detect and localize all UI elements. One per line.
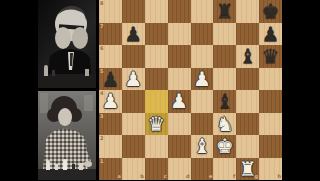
square-f2[interactable]: ♚ <box>213 135 236 158</box>
square-e5[interactable]: ♟ <box>191 68 214 91</box>
square-f3[interactable]: ♞ <box>213 113 236 136</box>
square-e1[interactable]: e <box>191 158 214 181</box>
piece-black-bishop-g6[interactable]: ♝ <box>239 46 257 66</box>
square-e8[interactable] <box>191 0 214 23</box>
file-label-h: h <box>277 174 281 179</box>
square-a8[interactable]: 8 <box>99 0 122 23</box>
rank-label-7: 7 <box>100 24 103 29</box>
piece-white-pawn-e5[interactable]: ♟ <box>193 69 211 89</box>
square-e7[interactable] <box>191 23 214 46</box>
square-b1[interactable]: b <box>122 158 145 181</box>
square-f4[interactable]: ♝ <box>213 90 236 113</box>
square-c1[interactable]: c <box>145 158 168 181</box>
square-f6[interactable] <box>213 45 236 68</box>
square-a4[interactable]: 4♟ <box>99 90 122 113</box>
square-g5[interactable] <box>236 68 259 91</box>
square-g7[interactable] <box>236 23 259 46</box>
piece-white-king-f2[interactable]: ♚ <box>216 136 234 156</box>
piece-black-king-h8[interactable]: ♚ <box>262 1 280 21</box>
square-h5[interactable] <box>259 68 282 91</box>
square-h6[interactable]: ♛ <box>259 45 282 68</box>
square-e6[interactable] <box>191 45 214 68</box>
square-g8[interactable] <box>236 0 259 23</box>
piece-black-pawn-h7[interactable]: ♟ <box>262 24 280 44</box>
rank-label-4: 4 <box>100 91 103 96</box>
piece-black-pawn-b7[interactable]: ♟ <box>124 24 142 44</box>
square-d3[interactable] <box>168 113 191 136</box>
file-label-a: a <box>118 174 121 179</box>
square-f7[interactable] <box>213 23 236 46</box>
square-d8[interactable] <box>168 0 191 23</box>
piece-white-knight-f3[interactable]: ♞ <box>216 114 234 134</box>
square-c4[interactable] <box>145 90 168 113</box>
rank-label-6: 6 <box>100 46 103 51</box>
piece-black-queen-h6[interactable]: ♛ <box>262 46 280 66</box>
piece-black-bishop-f4[interactable]: ♝ <box>216 91 234 111</box>
square-f8[interactable]: ♜ <box>213 0 236 23</box>
piece-white-bishop-e2[interactable]: ♝ <box>193 136 211 156</box>
square-b2[interactable] <box>122 135 145 158</box>
square-b7[interactable]: ♟ <box>122 23 145 46</box>
rank-label-3: 3 <box>100 114 103 119</box>
square-f5[interactable] <box>213 68 236 91</box>
square-h2[interactable] <box>259 135 282 158</box>
piece-white-pawn-b5[interactable]: ♟ <box>124 69 142 89</box>
square-d7[interactable] <box>168 23 191 46</box>
square-d2[interactable] <box>168 135 191 158</box>
photo-bottom-illustration <box>38 91 96 180</box>
square-e4[interactable] <box>191 90 214 113</box>
square-c8[interactable] <box>145 0 168 23</box>
square-h1[interactable]: h <box>259 158 282 181</box>
file-label-e: e <box>209 174 212 179</box>
piece-white-pawn-d4[interactable]: ♟ <box>170 91 188 111</box>
square-c7[interactable] <box>145 23 168 46</box>
square-a6[interactable]: 6 <box>99 45 122 68</box>
square-g1[interactable]: g♜ <box>236 158 259 181</box>
square-h3[interactable] <box>259 113 282 136</box>
square-e3[interactable] <box>191 113 214 136</box>
square-g6[interactable]: ♝ <box>236 45 259 68</box>
square-d4[interactable]: ♟ <box>168 90 191 113</box>
square-b5[interactable]: ♟ <box>122 68 145 91</box>
photo-top-illustration <box>38 0 96 88</box>
square-d6[interactable] <box>168 45 191 68</box>
piece-black-rook-f8[interactable]: ♜ <box>216 1 234 21</box>
file-label-d: d <box>186 174 190 179</box>
file-label-g: g <box>255 174 259 179</box>
square-h4[interactable] <box>259 90 282 113</box>
file-label-b: b <box>140 174 144 179</box>
square-d1[interactable]: d <box>168 158 191 181</box>
rank-label-1: 1 <box>100 159 103 164</box>
video-frame: 8♜♚7♟♟6♝♛5♟♟♟4♟♟♝3♛♞2♝♚1abcdefg♜h <box>0 0 320 180</box>
file-label-c: c <box>164 174 167 179</box>
photo-top-player <box>38 0 96 88</box>
square-b6[interactable] <box>122 45 145 68</box>
photo-bottom-player <box>38 91 96 180</box>
piece-white-queen-c3[interactable]: ♛ <box>147 114 165 134</box>
square-e2[interactable]: ♝ <box>191 135 214 158</box>
rank-label-5: 5 <box>100 69 103 74</box>
square-c6[interactable] <box>145 45 168 68</box>
square-a2[interactable]: 2 <box>99 135 122 158</box>
square-c5[interactable] <box>145 68 168 91</box>
square-h7[interactable]: ♟ <box>259 23 282 46</box>
square-a7[interactable]: 7 <box>99 23 122 46</box>
square-c3[interactable]: ♛ <box>145 113 168 136</box>
rank-label-2: 2 <box>100 136 103 141</box>
square-a1[interactable]: 1a <box>99 158 122 181</box>
square-d5[interactable] <box>168 68 191 91</box>
piece-white-pawn-a4[interactable]: ♟ <box>101 91 119 111</box>
square-b3[interactable] <box>122 113 145 136</box>
square-g3[interactable] <box>236 113 259 136</box>
square-a5[interactable]: 5♟ <box>99 68 122 91</box>
square-f1[interactable]: f <box>213 158 236 181</box>
rank-label-8: 8 <box>100 1 103 6</box>
players-photo-column <box>38 0 96 180</box>
square-g2[interactable] <box>236 135 259 158</box>
piece-black-pawn-a5[interactable]: ♟ <box>101 69 119 89</box>
square-c2[interactable] <box>145 135 168 158</box>
file-label-f: f <box>233 174 235 179</box>
square-g4[interactable] <box>236 90 259 113</box>
chess-board: 8♜♚7♟♟6♝♛5♟♟♟4♟♟♝3♛♞2♝♚1abcdefg♜h <box>99 0 282 180</box>
square-a3[interactable]: 3 <box>99 113 122 136</box>
square-b4[interactable] <box>122 90 145 113</box>
square-h8[interactable]: ♚ <box>259 0 282 23</box>
square-b8[interactable] <box>122 0 145 23</box>
